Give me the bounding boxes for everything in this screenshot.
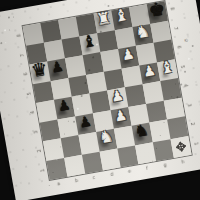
copyright-text: © — [183, 38, 189, 45]
photo-speck — [8, 16, 10, 18]
piece-white-bishop[interactable]: ♝ — [113, 7, 130, 25]
photo-speck — [107, 5, 109, 7]
piece-black-pawn[interactable]: ♟ — [57, 97, 72, 113]
rank-label-8: 8 — [163, 3, 184, 14]
photo-speck — [188, 58, 190, 60]
piece-black-pawn[interactable]: ♟ — [78, 114, 93, 130]
piece-black-bishop[interactable]: ♝ — [81, 32, 98, 50]
piece-white-pawn[interactable]: ♟ — [121, 47, 136, 63]
rank-label-4: 4 — [176, 80, 197, 91]
piece-white-pawn[interactable]: ♟ — [110, 88, 125, 104]
piece-white-pawn[interactable]: ♟ — [113, 107, 128, 123]
board-photo: ♜♝♚♝♞♛♟♟♟♝♟♟♟♟♞♞✥ abcdefgh 87654321 8765… — [0, 0, 200, 200]
piece-white-pawn[interactable]: ♟ — [142, 63, 157, 79]
piece-black-pawn[interactable]: ♟ — [50, 59, 65, 75]
piece-white-knight[interactable]: ♞ — [134, 23, 151, 41]
photo-speck — [112, 5, 113, 6]
photo-speck — [9, 29, 10, 30]
piece-white-knight[interactable]: ♞ — [98, 128, 115, 146]
compass-rose-logo: ✥ — [175, 139, 188, 154]
photo-speck — [13, 17, 14, 18]
photo-speck — [4, 29, 6, 31]
photo-speck — [192, 45, 194, 47]
photo-speck — [5, 42, 6, 43]
photo-speck — [0, 42, 2, 44]
piece-black-knight[interactable]: ♞ — [133, 122, 150, 140]
piece-white-rook[interactable]: ♜ — [95, 10, 112, 28]
